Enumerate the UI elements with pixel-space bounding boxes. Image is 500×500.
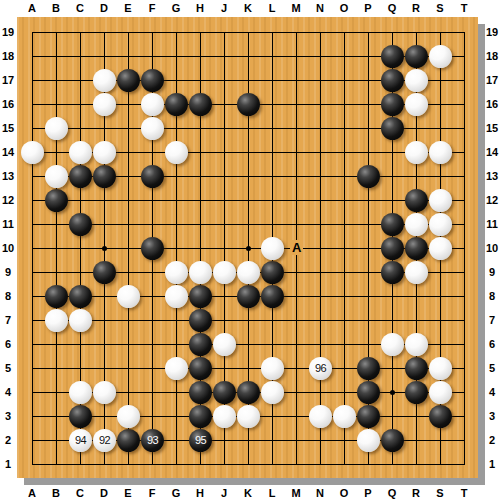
stone-white (93, 69, 116, 92)
coord-label-top: F (142, 1, 162, 15)
stone-white (237, 405, 260, 428)
stone-white (117, 405, 140, 428)
stone-white (381, 333, 404, 356)
star-point (390, 390, 395, 395)
stone-black (381, 213, 404, 236)
coord-label-bottom: G (166, 486, 186, 500)
stone-white (69, 141, 92, 164)
coord-label-right: 5 (482, 361, 500, 375)
stone-black (189, 309, 212, 332)
coord-label-right: 19 (482, 25, 500, 39)
stone-black (405, 357, 428, 380)
move-number: 95 (195, 434, 206, 446)
coord-label-top: K (238, 1, 258, 15)
stone-white (429, 189, 452, 212)
coord-label-right: 13 (482, 169, 500, 183)
stone-black (405, 189, 428, 212)
coord-label-right: 14 (482, 145, 500, 159)
goban[interactable]: 9395969492A (17, 17, 478, 478)
stone-black (381, 261, 404, 284)
coord-label-top: M (286, 1, 306, 15)
stone-white (69, 309, 92, 332)
stone-black (381, 429, 404, 452)
stone-black (237, 93, 260, 116)
coord-label-top: S (430, 1, 450, 15)
stone-black (237, 381, 260, 404)
stone-white (261, 381, 284, 404)
coord-label-bottom: D (94, 486, 114, 500)
coord-label-top: H (190, 1, 210, 15)
coord-label-left: 10 (0, 241, 18, 255)
move-number: 94 (75, 434, 86, 446)
stone-white (405, 213, 428, 236)
stone-white (141, 117, 164, 140)
star-point (246, 246, 251, 251)
coord-label-top: P (358, 1, 378, 15)
coord-label-right: 1 (482, 457, 500, 471)
stone-black (381, 93, 404, 116)
coord-label-top: Q (382, 1, 402, 15)
stone-black (381, 45, 404, 68)
stone-black (69, 213, 92, 236)
coord-label-bottom: M (286, 486, 306, 500)
stone-black (69, 165, 92, 188)
stone-black (141, 69, 164, 92)
stone-black (261, 285, 284, 308)
coord-label-bottom: T (454, 486, 474, 500)
stone-white (405, 141, 428, 164)
coord-label-bottom: H (190, 486, 210, 500)
stone-black (189, 285, 212, 308)
stone-black (429, 405, 452, 428)
coord-label-right: 6 (482, 337, 500, 351)
stone-white (405, 333, 428, 356)
coord-label-top: A (22, 1, 42, 15)
coord-label-top: D (94, 1, 114, 15)
coord-label-top: N (310, 1, 330, 15)
stone-black (357, 405, 380, 428)
coord-label-left: 5 (0, 361, 18, 375)
coord-label-right: 2 (482, 433, 500, 447)
stone-black (189, 333, 212, 356)
coord-label-bottom: C (70, 486, 90, 500)
coord-label-right: 17 (482, 73, 500, 87)
stone-black (69, 405, 92, 428)
stone-white (429, 381, 452, 404)
stone-black (381, 237, 404, 260)
stone-white (333, 405, 356, 428)
stone-white (237, 261, 260, 284)
stone-white (213, 261, 236, 284)
stone-white (429, 45, 452, 68)
move-number: 92 (99, 434, 110, 446)
coord-label-right: 7 (482, 313, 500, 327)
stone-black: 93 (141, 429, 164, 452)
stone-white (405, 261, 428, 284)
stone-black (405, 381, 428, 404)
stone-black (45, 189, 68, 212)
stone-black (405, 45, 428, 68)
coord-label-top: B (46, 1, 66, 15)
stone-white: 96 (309, 357, 332, 380)
stone-white (165, 285, 188, 308)
coord-label-top: R (406, 1, 426, 15)
coord-label-left: 8 (0, 289, 18, 303)
coord-label-right: 10 (482, 241, 500, 255)
stone-black (357, 381, 380, 404)
stone-white: 92 (93, 429, 116, 452)
stone-black (357, 165, 380, 188)
coord-label-bottom: B (46, 486, 66, 500)
coord-label-left: 1 (0, 457, 18, 471)
stone-white (141, 93, 164, 116)
stone-white (165, 357, 188, 380)
coord-label-bottom: P (358, 486, 378, 500)
stone-black (93, 165, 116, 188)
stone-black (189, 357, 212, 380)
stone-white (117, 285, 140, 308)
stone-black: 95 (189, 429, 212, 452)
stone-black (261, 261, 284, 284)
coord-label-top: T (454, 1, 474, 15)
stone-white (45, 309, 68, 332)
coord-label-left: 2 (0, 433, 18, 447)
coord-label-left: 6 (0, 337, 18, 351)
stone-white (165, 141, 188, 164)
go-board-viewer: ABCDEFGHJKLMNOPQRST 19181716151413121110… (0, 0, 500, 500)
stone-white (45, 117, 68, 140)
stone-white (45, 165, 68, 188)
coord-label-left: 13 (0, 169, 18, 183)
stone-white: 94 (69, 429, 92, 452)
stone-black (69, 285, 92, 308)
coord-label-left: 18 (0, 49, 18, 63)
stone-white (165, 261, 188, 284)
coord-label-left: 14 (0, 145, 18, 159)
coord-label-right: 8 (482, 289, 500, 303)
coord-label-top: L (262, 1, 282, 15)
stone-black (141, 237, 164, 260)
stone-white (21, 141, 44, 164)
stone-black (117, 429, 140, 452)
coord-label-bottom: N (310, 486, 330, 500)
coord-label-bottom: E (118, 486, 138, 500)
stone-white (429, 141, 452, 164)
coord-label-bottom: A (22, 486, 42, 500)
coord-label-bottom: L (262, 486, 282, 500)
stone-white (213, 333, 236, 356)
coord-label-bottom: Q (382, 486, 402, 500)
stone-black (189, 93, 212, 116)
stone-black (189, 405, 212, 428)
coord-label-left: 4 (0, 385, 18, 399)
coord-label-right: 15 (482, 121, 500, 135)
coord-label-right: 12 (482, 193, 500, 207)
coord-label-bottom: F (142, 486, 162, 500)
coord-label-bottom: K (238, 486, 258, 500)
coord-label-top: J (214, 1, 234, 15)
stone-white (189, 261, 212, 284)
coord-label-right: 4 (482, 385, 500, 399)
coord-label-top: O (334, 1, 354, 15)
stone-black (381, 69, 404, 92)
coord-label-top: G (166, 1, 186, 15)
stone-white (93, 381, 116, 404)
stone-white (261, 237, 284, 260)
coord-label-left: 15 (0, 121, 18, 135)
move-number: 96 (315, 362, 326, 374)
coord-label-left: 12 (0, 193, 18, 207)
stone-white (69, 381, 92, 404)
coord-label-left: 7 (0, 313, 18, 327)
stone-white (429, 237, 452, 260)
stone-white (309, 405, 332, 428)
coord-label-right: 18 (482, 49, 500, 63)
stone-white (405, 93, 428, 116)
coord-label-bottom: O (334, 486, 354, 500)
star-point (102, 246, 107, 251)
stone-black (213, 381, 236, 404)
stone-black (237, 285, 260, 308)
stone-white (357, 429, 380, 452)
coord-label-top: E (118, 1, 138, 15)
stone-black (45, 285, 68, 308)
coord-label-right: 3 (482, 409, 500, 423)
coord-label-left: 19 (0, 25, 18, 39)
stone-white (429, 357, 452, 380)
coord-label-left: 17 (0, 73, 18, 87)
stone-black (165, 93, 188, 116)
move-number: 93 (147, 434, 158, 446)
coord-label-right: 16 (482, 97, 500, 111)
stone-black (189, 381, 212, 404)
stone-black (117, 69, 140, 92)
stone-black (357, 357, 380, 380)
coord-label-right: 11 (482, 217, 500, 231)
annotation-label: A (290, 240, 303, 255)
stone-white (405, 69, 428, 92)
coord-label-bottom: R (406, 486, 426, 500)
stone-white (261, 357, 284, 380)
stone-black (93, 261, 116, 284)
coord-label-top: C (70, 1, 90, 15)
coord-label-bottom: S (430, 486, 450, 500)
coord-label-left: 11 (0, 217, 18, 231)
stone-white (213, 405, 236, 428)
coord-label-left: 9 (0, 265, 18, 279)
coord-label-left: 16 (0, 97, 18, 111)
stone-white (429, 213, 452, 236)
stone-black (405, 237, 428, 260)
stone-white (93, 141, 116, 164)
coord-label-left: 3 (0, 409, 18, 423)
stone-white (93, 93, 116, 116)
stone-black (381, 117, 404, 140)
stone-black (141, 165, 164, 188)
coord-label-right: 9 (482, 265, 500, 279)
coord-label-bottom: J (214, 486, 234, 500)
